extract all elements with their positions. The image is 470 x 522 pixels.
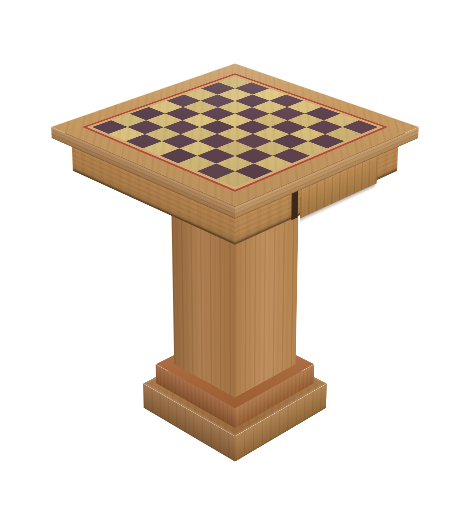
chess-table-photo [0, 0, 470, 522]
